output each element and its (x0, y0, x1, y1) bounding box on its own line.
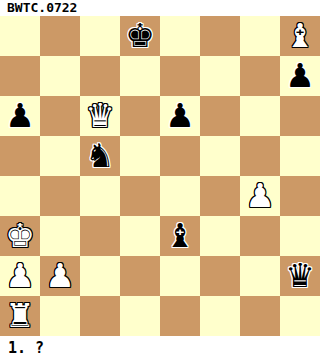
square-g2[interactable] (240, 256, 280, 296)
square-g6[interactable] (240, 96, 280, 136)
square-e8[interactable] (160, 16, 200, 56)
square-a6[interactable]: ♟ (0, 96, 40, 136)
square-c3[interactable] (80, 216, 120, 256)
black-pawn-h7: ♟ (285, 56, 315, 96)
square-b1[interactable] (40, 296, 80, 336)
square-d3[interactable] (120, 216, 160, 256)
square-h8[interactable]: ♝ (280, 16, 320, 56)
square-b7[interactable] (40, 56, 80, 96)
square-a1[interactable]: ♜ (0, 296, 40, 336)
square-c4[interactable] (80, 176, 120, 216)
square-f8[interactable] (200, 16, 240, 56)
square-a7[interactable] (0, 56, 40, 96)
square-c1[interactable] (80, 296, 120, 336)
square-g3[interactable] (240, 216, 280, 256)
square-a8[interactable] (0, 16, 40, 56)
square-b6[interactable] (40, 96, 80, 136)
square-d5[interactable] (120, 136, 160, 176)
square-b2[interactable]: ♟ (40, 256, 80, 296)
square-b8[interactable] (40, 16, 80, 56)
square-d8[interactable]: ♚ (120, 16, 160, 56)
square-e4[interactable] (160, 176, 200, 216)
square-d7[interactable] (120, 56, 160, 96)
square-h7[interactable]: ♟ (280, 56, 320, 96)
move-prompt: 1. ? (0, 336, 320, 360)
square-h1[interactable] (280, 296, 320, 336)
square-g4[interactable]: ♟ (240, 176, 280, 216)
square-c5[interactable]: ♞ (80, 136, 120, 176)
square-d4[interactable] (120, 176, 160, 216)
black-bishop-e3: ♝ (165, 216, 195, 256)
puzzle-id: BWTC.0722 (0, 0, 320, 16)
square-b4[interactable] (40, 176, 80, 216)
white-king-a3: ♚ (5, 216, 35, 256)
black-knight-c5: ♞ (85, 136, 115, 176)
white-queen-c6: ♛ (85, 96, 115, 136)
square-f2[interactable] (200, 256, 240, 296)
square-c2[interactable] (80, 256, 120, 296)
square-h5[interactable] (280, 136, 320, 176)
square-b3[interactable] (40, 216, 80, 256)
white-pawn-g4: ♟ (245, 176, 275, 216)
square-h3[interactable] (280, 216, 320, 256)
square-a3[interactable]: ♚ (0, 216, 40, 256)
square-f4[interactable] (200, 176, 240, 216)
square-a5[interactable] (0, 136, 40, 176)
white-bishop-h8: ♝ (285, 16, 315, 56)
black-pawn-a6: ♟ (5, 96, 35, 136)
square-c7[interactable] (80, 56, 120, 96)
square-e2[interactable] (160, 256, 200, 296)
square-e7[interactable] (160, 56, 200, 96)
square-a2[interactable]: ♟ (0, 256, 40, 296)
square-g8[interactable] (240, 16, 280, 56)
square-e5[interactable] (160, 136, 200, 176)
square-f7[interactable] (200, 56, 240, 96)
square-c6[interactable]: ♛ (80, 96, 120, 136)
square-g5[interactable] (240, 136, 280, 176)
black-pawn-e6: ♟ (165, 96, 195, 136)
square-h4[interactable] (280, 176, 320, 216)
black-queen-h2: ♛ (285, 256, 315, 296)
square-b5[interactable] (40, 136, 80, 176)
square-a4[interactable] (0, 176, 40, 216)
chess-board: ♚♝♟♟♛♟♞♟♚♝♟♟♛♜ (0, 16, 320, 336)
square-f3[interactable] (200, 216, 240, 256)
square-e6[interactable]: ♟ (160, 96, 200, 136)
black-king-d8: ♚ (125, 16, 155, 56)
square-c8[interactable] (80, 16, 120, 56)
square-d1[interactable] (120, 296, 160, 336)
square-f1[interactable] (200, 296, 240, 336)
white-rook-a1: ♜ (5, 296, 35, 336)
square-h2[interactable]: ♛ (280, 256, 320, 296)
square-e3[interactable]: ♝ (160, 216, 200, 256)
square-f5[interactable] (200, 136, 240, 176)
white-pawn-b2: ♟ (45, 256, 75, 296)
white-pawn-a2: ♟ (5, 256, 35, 296)
square-g7[interactable] (240, 56, 280, 96)
square-g1[interactable] (240, 296, 280, 336)
square-f6[interactable] (200, 96, 240, 136)
square-d6[interactable] (120, 96, 160, 136)
square-h6[interactable] (280, 96, 320, 136)
square-d2[interactable] (120, 256, 160, 296)
square-e1[interactable] (160, 296, 200, 336)
